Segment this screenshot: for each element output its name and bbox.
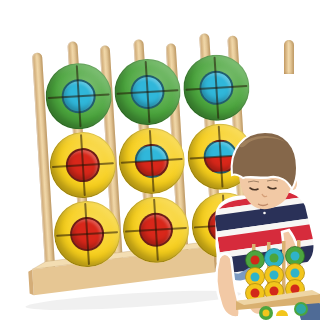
disc-face xyxy=(47,130,117,200)
disc-face xyxy=(43,61,113,131)
disc-face xyxy=(116,125,186,195)
disc-row3-col1[interactable] xyxy=(50,197,123,270)
child-photo-inset xyxy=(203,118,320,320)
disc-row2-col2[interactable] xyxy=(115,124,188,197)
disc-row1-col1[interactable] xyxy=(42,59,115,132)
product-photo xyxy=(0,0,320,320)
disc-face xyxy=(181,52,251,122)
disc-row1-col2[interactable] xyxy=(110,55,183,128)
disc-face xyxy=(120,194,190,264)
shirt-button xyxy=(263,212,266,215)
disc-row3-col2[interactable] xyxy=(119,193,192,266)
disc-face xyxy=(52,199,122,269)
disc-row2-col1[interactable] xyxy=(46,128,119,201)
disc-face xyxy=(112,57,182,127)
disc-row1-col3[interactable] xyxy=(179,51,252,124)
